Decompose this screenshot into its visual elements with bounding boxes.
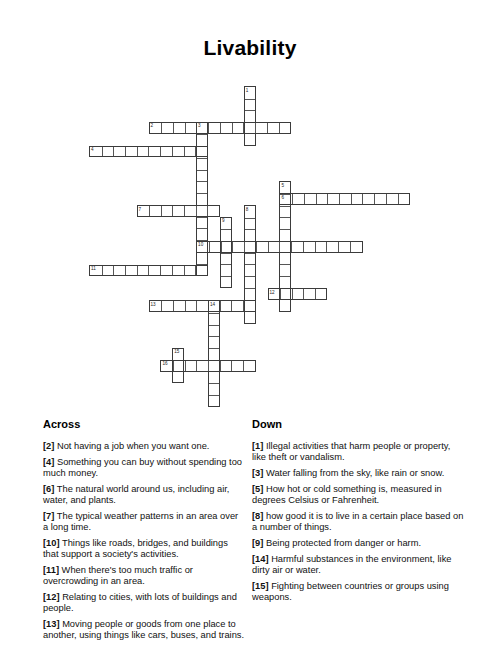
- word-13-across: [149, 300, 256, 312]
- clue-number: [15]: [252, 581, 269, 591]
- cell-r9c18[interactable]: [304, 194, 316, 204]
- cell-r9c17[interactable]: [292, 194, 304, 204]
- clue-number-label: 2: [151, 123, 154, 128]
- cell-r18c8[interactable]: [185, 301, 197, 311]
- clue-across-4: [4] Something you can buy without spendi…: [43, 457, 245, 479]
- cell-r13c17[interactable]: [291, 242, 303, 252]
- cell-r5c1[interactable]: [102, 147, 114, 157]
- cell-r9c26[interactable]: [398, 194, 410, 204]
- cell-r15c2[interactable]: [113, 266, 125, 276]
- cell-r24c10[interactable]: [209, 371, 219, 383]
- cell-r9c23[interactable]: [362, 194, 374, 204]
- clue-number-label: 1: [246, 88, 249, 93]
- word-11-across: [89, 265, 208, 277]
- cell-r10c16[interactable]: [280, 206, 290, 218]
- cell-r26c10[interactable]: [209, 395, 219, 407]
- cell-r23c12[interactable]: [231, 361, 243, 371]
- clue-number-label: 9: [222, 218, 225, 223]
- word-7-across: [137, 205, 220, 217]
- cell-r15c4[interactable]: [137, 266, 149, 276]
- cell-r3c11[interactable]: [220, 123, 232, 133]
- clue-number-label: 3: [198, 123, 201, 128]
- cell-r14c9[interactable]: [197, 252, 207, 264]
- cell-r9c19[interactable]: [316, 194, 328, 204]
- cell-r4c9[interactable]: [197, 134, 207, 146]
- clue-number: [6]: [43, 484, 54, 494]
- clue-number: [5]: [252, 484, 263, 494]
- cell-r16c16[interactable]: [280, 276, 290, 288]
- clue-number-label: 7: [139, 207, 142, 212]
- clue-number: [7]: [43, 511, 54, 521]
- clue-across-2: [2] Not having a job when you want one.: [43, 441, 245, 452]
- cell-r17c16[interactable]: [280, 289, 292, 299]
- cell-r23c10[interactable]: [208, 361, 220, 371]
- clue-number: [1]: [252, 441, 263, 451]
- cell-r22c10[interactable]: [209, 348, 219, 360]
- clue-down-9: [9] Being protected from danger or harm.: [252, 538, 466, 549]
- cell-r10c8[interactable]: [184, 206, 196, 216]
- clue-across-7: [7] The typical weather patterns in an a…: [43, 511, 245, 533]
- clue-number-label: 10: [198, 242, 203, 247]
- cell-r14c16[interactable]: [280, 252, 290, 264]
- cell-r3c8[interactable]: [185, 123, 197, 133]
- clue-number: [11]: [43, 565, 59, 575]
- cell-r5c8[interactable]: [184, 147, 196, 157]
- clue-down-15: [15] Fighting between countries or group…: [252, 581, 466, 603]
- cell-r10c10[interactable]: [207, 206, 219, 216]
- clue-number-label: 15: [174, 349, 179, 354]
- cell-r5c9[interactable]: [195, 147, 207, 157]
- cell-r5c2[interactable]: [113, 147, 125, 157]
- cell-r3c12[interactable]: [232, 123, 244, 133]
- cell-r9c24[interactable]: [374, 194, 386, 204]
- down-clue-list: [1] Illegal activities that harm people …: [252, 441, 466, 603]
- clue-number-label: 16: [162, 361, 167, 366]
- cell-r17c17[interactable]: [292, 289, 304, 299]
- cell-r13c21[interactable]: [338, 242, 350, 252]
- cell-r13c15[interactable]: [268, 242, 280, 252]
- clue-down-8: [8] how good it is to live in a certain …: [252, 511, 466, 533]
- clue-across-6: [6] The natural world around us, includi…: [43, 484, 245, 506]
- cell-r23c7[interactable]: [173, 361, 185, 371]
- cell-r3c6[interactable]: [161, 123, 173, 133]
- cell-r23c8[interactable]: [185, 361, 197, 371]
- cell-r11c9[interactable]: [197, 217, 207, 229]
- clue-number: [4]: [43, 457, 54, 467]
- cell-r13c14[interactable]: [256, 242, 268, 252]
- cell-r12c9[interactable]: [197, 228, 207, 240]
- across-heading: Across: [43, 418, 245, 430]
- word-12-across: [268, 288, 328, 300]
- clue-down-14: [14] Harmful substances in the environme…: [252, 554, 466, 576]
- cell-r15c5[interactable]: [148, 266, 160, 276]
- clue-number-label: 14: [210, 302, 215, 307]
- page: Livability 12345678910111213141516 Acros…: [0, 0, 500, 647]
- across-clue-list: [2] Not having a job when you want one.[…: [43, 441, 245, 647]
- cell-r15c6[interactable]: [160, 266, 172, 276]
- clue-number-label: 6: [281, 195, 284, 200]
- cell-r5c4[interactable]: [137, 147, 149, 157]
- cell-r5c3[interactable]: [125, 147, 137, 157]
- cell-r10c9[interactable]: [196, 206, 208, 216]
- cell-r21c10[interactable]: [209, 336, 219, 348]
- cell-r18c9[interactable]: [196, 301, 208, 311]
- cell-r4c13[interactable]: [245, 133, 255, 145]
- cell-r11c16[interactable]: [280, 217, 290, 229]
- clue-number-label: 13: [151, 302, 156, 307]
- cell-r15c9[interactable]: [195, 266, 207, 276]
- cell-r13c10[interactable]: [209, 242, 221, 252]
- cell-r1c13[interactable]: [245, 99, 255, 111]
- cell-r14c11[interactable]: [221, 253, 231, 265]
- cell-r16c13[interactable]: [245, 276, 255, 288]
- cell-r9c21[interactable]: [339, 194, 351, 204]
- cell-r10c5[interactable]: [149, 206, 161, 216]
- word-14-down: [208, 300, 220, 407]
- clue-number-label: 11: [91, 266, 96, 271]
- cell-r18c11[interactable]: [220, 301, 232, 311]
- cell-r15c16[interactable]: [280, 264, 290, 276]
- clue-down-1: [1] Illegal activities that harm people …: [252, 441, 466, 463]
- cell-r5c7[interactable]: [172, 147, 184, 157]
- cell-r13c11[interactable]: [221, 242, 233, 252]
- clue-number: [2]: [43, 441, 54, 451]
- cell-r13c22[interactable]: [350, 242, 362, 252]
- word-10-across: [196, 241, 363, 253]
- cell-r3c16[interactable]: [279, 123, 291, 133]
- cell-r23c11[interactable]: [220, 361, 232, 371]
- cell-r6c9[interactable]: [197, 158, 207, 170]
- cell-r13c16[interactable]: [279, 242, 291, 252]
- clue-across-11: [11] When there's too much traffic or ov…: [43, 565, 245, 587]
- cell-r11c13[interactable]: [245, 218, 255, 230]
- word-9-down: [220, 217, 232, 288]
- clue-number-label: 5: [281, 183, 284, 188]
- cell-r9c9[interactable]: [197, 193, 207, 205]
- cell-r14c13[interactable]: [245, 253, 255, 265]
- cell-r24c7[interactable]: [173, 371, 183, 382]
- cell-r5c5[interactable]: [148, 147, 160, 157]
- cell-r9c25[interactable]: [386, 194, 398, 204]
- clue-down-3: [3] Water falling from the sky, like rai…: [252, 468, 466, 479]
- cell-r18c6[interactable]: [161, 301, 173, 311]
- cell-r17c18[interactable]: [303, 289, 315, 299]
- cell-r12c13[interactable]: [245, 229, 255, 241]
- word-4-across: [89, 146, 208, 158]
- cell-r13c13[interactable]: [244, 242, 256, 252]
- cell-r16c11[interactable]: [221, 276, 231, 288]
- cell-r3c7[interactable]: [173, 123, 185, 133]
- cell-r18c16[interactable]: [280, 299, 290, 311]
- cell-r12c11[interactable]: [221, 229, 231, 241]
- cell-r25c10[interactable]: [209, 383, 219, 395]
- cell-r23c13[interactable]: [243, 361, 255, 371]
- down-heading: Down: [252, 418, 466, 430]
- cell-r3c13[interactable]: [243, 123, 255, 133]
- cell-r15c13[interactable]: [245, 264, 255, 276]
- cell-r23c9[interactable]: [196, 361, 208, 371]
- word-1-down: [244, 86, 256, 146]
- cell-r15c7[interactable]: [172, 266, 184, 276]
- clue-down-5: [5] How hot or cold something is, measur…: [252, 484, 466, 506]
- cell-r2c13[interactable]: [245, 110, 255, 122]
- cell-r10c6[interactable]: [161, 206, 173, 216]
- clue-across-13: [13] Moving people or goods from one pla…: [43, 619, 245, 641]
- clue-number-label: 4: [91, 147, 94, 152]
- cell-r3c10[interactable]: [208, 123, 220, 133]
- cell-r13c12[interactable]: [232, 242, 244, 252]
- clue-number-label: 8: [246, 207, 249, 212]
- cell-r12c16[interactable]: [280, 229, 290, 241]
- cell-r13c20[interactable]: [326, 242, 338, 252]
- clue-across-10: [10] Things like roads, bridges, and bui…: [43, 538, 245, 560]
- cell-r13c18[interactable]: [303, 242, 315, 252]
- cell-r17c19[interactable]: [315, 289, 327, 299]
- clue-number: [14]: [252, 554, 269, 564]
- cell-r3c14[interactable]: [255, 123, 267, 133]
- crossword-grid: 12345678910111213141516: [0, 0, 500, 420]
- cell-r15c3[interactable]: [125, 266, 137, 276]
- cell-r18c13[interactable]: [243, 301, 255, 311]
- cell-r9c20[interactable]: [327, 194, 339, 204]
- cell-r15c1[interactable]: [102, 266, 114, 276]
- clue-number: [13]: [43, 619, 60, 629]
- clue-number: [9]: [252, 538, 263, 548]
- clue-number-label: 12: [270, 290, 275, 295]
- cell-r10c7[interactable]: [172, 206, 184, 216]
- clue-number: [3]: [252, 468, 263, 478]
- cell-r15c11[interactable]: [221, 264, 231, 276]
- clue-number: [10]: [43, 538, 60, 548]
- across-clues-section: Across [2] Not having a job when you wan…: [43, 418, 245, 647]
- cell-r19c13[interactable]: [245, 311, 255, 323]
- cell-r8c9[interactable]: [197, 181, 207, 193]
- cell-r9c22[interactable]: [351, 194, 363, 204]
- cell-r19c10[interactable]: [209, 313, 219, 325]
- cell-r15c8[interactable]: [184, 266, 196, 276]
- cell-r18c12[interactable]: [231, 301, 243, 311]
- cell-r18c7[interactable]: [173, 301, 185, 311]
- clue-number: [12]: [43, 592, 60, 602]
- clue-across-12: [12] Relating to cities, with lots of bu…: [43, 592, 245, 614]
- word-2-across: [149, 122, 292, 134]
- cell-r3c15[interactable]: [267, 123, 279, 133]
- cell-r7c9[interactable]: [197, 170, 207, 182]
- cell-r20c10[interactable]: [209, 325, 219, 337]
- down-clues-section: Down [1] Illegal activities that harm pe…: [252, 418, 466, 608]
- word-6-across: [279, 193, 410, 205]
- cell-r5c6[interactable]: [160, 147, 172, 157]
- word-16-across: [160, 360, 255, 372]
- clue-number: [8]: [252, 511, 263, 521]
- cell-r17c13[interactable]: [245, 288, 255, 300]
- cell-r13c19[interactable]: [315, 242, 327, 252]
